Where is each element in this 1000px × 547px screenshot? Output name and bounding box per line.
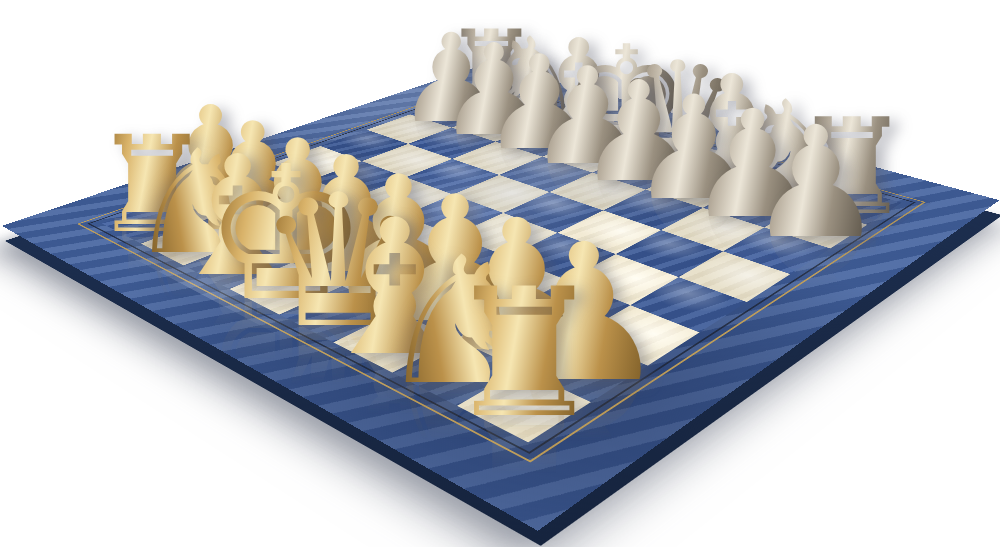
board-grid xyxy=(102,86,902,442)
chess-set-product-photo: rnbkqbnr/pppppppp/8/8/8/8/PPPPPPPP/RNBKQ… xyxy=(0,0,1000,547)
chessboard xyxy=(2,63,999,530)
